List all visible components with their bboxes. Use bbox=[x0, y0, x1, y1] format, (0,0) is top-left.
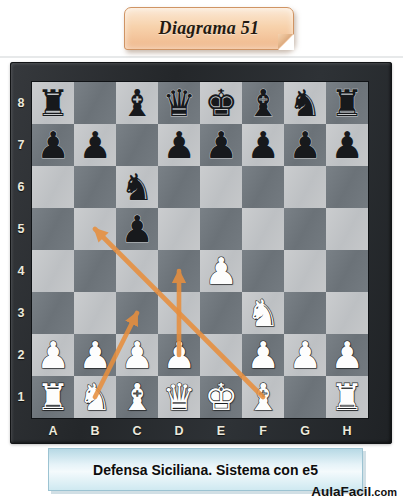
rank-label-8: 8 bbox=[10, 82, 32, 124]
rank-label-5: 5 bbox=[10, 208, 32, 250]
black-pawn: ♟ bbox=[204, 127, 237, 164]
rank-label-4: 4 bbox=[10, 250, 32, 292]
site-name: AulaFacil bbox=[311, 484, 371, 499]
square-h6 bbox=[326, 166, 368, 208]
black-pawn: ♟ bbox=[120, 211, 153, 248]
white-pawn: ♟ bbox=[78, 337, 111, 374]
square-h8: ♜ bbox=[326, 82, 368, 124]
square-a8: ♜ bbox=[32, 82, 74, 124]
white-rook: ♜ bbox=[330, 379, 363, 416]
square-b2: ♟ bbox=[74, 334, 116, 376]
square-f7: ♟ bbox=[242, 124, 284, 166]
black-knight: ♞ bbox=[288, 85, 321, 122]
square-c3 bbox=[116, 292, 158, 334]
black-pawn: ♟ bbox=[162, 127, 195, 164]
file-label-g: G bbox=[284, 418, 326, 444]
black-pawn: ♟ bbox=[288, 127, 321, 164]
diagram-title-banner: Diagrama 51 bbox=[124, 7, 294, 50]
square-d2: ♟ bbox=[158, 334, 200, 376]
square-d6 bbox=[158, 166, 200, 208]
white-bishop: ♝ bbox=[120, 379, 153, 416]
square-h4 bbox=[326, 250, 368, 292]
square-b3 bbox=[74, 292, 116, 334]
square-e1: ♚ bbox=[200, 376, 242, 418]
square-c1: ♝ bbox=[116, 376, 158, 418]
square-f5 bbox=[242, 208, 284, 250]
white-knight: ♞ bbox=[78, 379, 111, 416]
black-bishop: ♝ bbox=[246, 85, 279, 122]
white-queen: ♛ bbox=[162, 379, 195, 416]
square-g7: ♟ bbox=[284, 124, 326, 166]
white-rook: ♜ bbox=[36, 379, 69, 416]
rank-label-6: 6 bbox=[10, 166, 32, 208]
file-labels: ABCDEFGH bbox=[32, 418, 368, 444]
square-a1: ♜ bbox=[32, 376, 74, 418]
square-a2: ♟ bbox=[32, 334, 74, 376]
square-c2: ♟ bbox=[116, 334, 158, 376]
square-h3 bbox=[326, 292, 368, 334]
square-h7: ♟ bbox=[326, 124, 368, 166]
file-label-h: H bbox=[326, 418, 368, 444]
white-pawn: ♟ bbox=[330, 337, 363, 374]
file-label-d: D bbox=[158, 418, 200, 444]
square-e2 bbox=[200, 334, 242, 376]
square-g1 bbox=[284, 376, 326, 418]
file-label-f: F bbox=[242, 418, 284, 444]
black-bishop: ♝ bbox=[120, 85, 153, 122]
black-pawn: ♟ bbox=[36, 127, 69, 164]
square-c4 bbox=[116, 250, 158, 292]
black-knight: ♞ bbox=[120, 169, 153, 206]
square-d1: ♛ bbox=[158, 376, 200, 418]
rank-labels: 87654321 bbox=[10, 82, 32, 418]
square-g5 bbox=[284, 208, 326, 250]
square-h5 bbox=[326, 208, 368, 250]
chess-board: 87654321 ABCDEFGH ♜♝♛♚♝♞♜♟♟♟♟♟♟♟♞♟♟♞♟♟♟♟… bbox=[10, 62, 392, 444]
square-e6 bbox=[200, 166, 242, 208]
square-a6 bbox=[32, 166, 74, 208]
square-f2: ♟ bbox=[242, 334, 284, 376]
square-d8: ♛ bbox=[158, 82, 200, 124]
white-knight: ♞ bbox=[246, 295, 279, 332]
square-g2: ♟ bbox=[284, 334, 326, 376]
square-d4 bbox=[158, 250, 200, 292]
rank-label-1: 1 bbox=[10, 376, 32, 418]
square-f3: ♞ bbox=[242, 292, 284, 334]
white-pawn: ♟ bbox=[288, 337, 321, 374]
square-d7: ♟ bbox=[158, 124, 200, 166]
square-b7: ♟ bbox=[74, 124, 116, 166]
square-e4: ♟ bbox=[200, 250, 242, 292]
page: { "game": "chess", "position": { "fen": … bbox=[0, 0, 403, 501]
square-a3 bbox=[32, 292, 74, 334]
square-e5 bbox=[200, 208, 242, 250]
caption-text: Defensa Siciliana. Sistema con e5 bbox=[93, 462, 318, 478]
rank-label-7: 7 bbox=[10, 124, 32, 166]
white-pawn: ♟ bbox=[36, 337, 69, 374]
square-e7: ♟ bbox=[200, 124, 242, 166]
square-f6 bbox=[242, 166, 284, 208]
black-rook: ♜ bbox=[330, 85, 363, 122]
square-a4 bbox=[32, 250, 74, 292]
file-label-c: C bbox=[116, 418, 158, 444]
rank-label-3: 3 bbox=[10, 292, 32, 334]
file-label-e: E bbox=[200, 418, 242, 444]
square-c5: ♟ bbox=[116, 208, 158, 250]
square-h2: ♟ bbox=[326, 334, 368, 376]
square-d3 bbox=[158, 292, 200, 334]
square-g4 bbox=[284, 250, 326, 292]
white-pawn: ♟ bbox=[204, 253, 237, 290]
square-f1: ♝ bbox=[242, 376, 284, 418]
site-branding: AulaFacil.com bbox=[311, 482, 397, 500]
square-f4 bbox=[242, 250, 284, 292]
black-queen: ♛ bbox=[162, 85, 195, 122]
black-rook: ♜ bbox=[36, 85, 69, 122]
square-b4 bbox=[74, 250, 116, 292]
black-pawn: ♟ bbox=[330, 127, 363, 164]
diagram-title: Diagrama 51 bbox=[159, 18, 260, 39]
white-king: ♚ bbox=[204, 379, 237, 416]
square-c8: ♝ bbox=[116, 82, 158, 124]
square-b6 bbox=[74, 166, 116, 208]
square-b8 bbox=[74, 82, 116, 124]
black-pawn: ♟ bbox=[246, 127, 279, 164]
square-c6: ♞ bbox=[116, 166, 158, 208]
page-divider-line bbox=[0, 56, 403, 58]
white-pawn: ♟ bbox=[120, 337, 153, 374]
white-pawn: ♟ bbox=[162, 337, 195, 374]
black-pawn: ♟ bbox=[78, 127, 111, 164]
site-tld: .com bbox=[371, 486, 397, 498]
square-a5 bbox=[32, 208, 74, 250]
square-b1: ♞ bbox=[74, 376, 116, 418]
file-label-a: A bbox=[32, 418, 74, 444]
square-g6 bbox=[284, 166, 326, 208]
white-pawn: ♟ bbox=[246, 337, 279, 374]
square-e8: ♚ bbox=[200, 82, 242, 124]
rank-label-2: 2 bbox=[10, 334, 32, 376]
square-e3 bbox=[200, 292, 242, 334]
square-h1: ♜ bbox=[326, 376, 368, 418]
square-f8: ♝ bbox=[242, 82, 284, 124]
square-c7 bbox=[116, 124, 158, 166]
black-king: ♚ bbox=[204, 85, 237, 122]
square-b5 bbox=[74, 208, 116, 250]
board-squares: ♜♝♛♚♝♞♜♟♟♟♟♟♟♟♞♟♟♞♟♟♟♟♟♟♟♜♞♝♛♚♝♜ bbox=[32, 82, 368, 418]
square-d5 bbox=[158, 208, 200, 250]
square-g3 bbox=[284, 292, 326, 334]
white-bishop: ♝ bbox=[246, 379, 279, 416]
square-a7: ♟ bbox=[32, 124, 74, 166]
square-g8: ♞ bbox=[284, 82, 326, 124]
file-label-b: B bbox=[74, 418, 116, 444]
